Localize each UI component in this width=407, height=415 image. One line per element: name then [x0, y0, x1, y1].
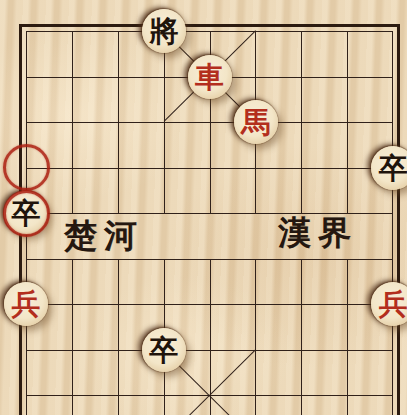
xiangqi-board-screenshot: 楚河 漢界 將車馬卒卒兵兵卒: [0, 0, 407, 415]
board-cell: [210, 168, 256, 214]
move-from-circle: [3, 144, 50, 191]
piece-black-soldier[interactable]: 卒: [371, 146, 407, 190]
board-cell: [347, 31, 393, 77]
board-cell: [164, 168, 210, 214]
board-cell: [255, 304, 301, 350]
board-cell: [118, 395, 164, 415]
board-cell: [210, 304, 256, 350]
board-cell: [72, 259, 118, 305]
board-cell: [72, 168, 118, 214]
piece-red-soldier[interactable]: 兵: [371, 282, 407, 326]
board-cell: [301, 77, 347, 123]
board-cell: [72, 350, 118, 396]
board-cell: [255, 395, 301, 415]
board-cell: [26, 395, 72, 415]
river-label-right: 漢界: [278, 211, 358, 256]
board-cell: [301, 31, 347, 77]
board-cell: [301, 350, 347, 396]
board-cell: [118, 122, 164, 168]
board-cell: [255, 259, 301, 305]
board-cell: [118, 168, 164, 214]
board-cell: [301, 168, 347, 214]
move-to-circle: [3, 190, 50, 237]
board-cell: [301, 122, 347, 168]
board-cell: [164, 395, 210, 415]
board-cell: [210, 259, 256, 305]
board-cell: [255, 31, 301, 77]
board-cell: [118, 77, 164, 123]
board-cell: [164, 122, 210, 168]
board-cell: [255, 350, 301, 396]
board-cell: [26, 350, 72, 396]
board-cell: [347, 77, 393, 123]
board-cell: [72, 31, 118, 77]
board-cell: [72, 77, 118, 123]
river-label-left: 楚河: [64, 214, 144, 259]
board-cell: [72, 122, 118, 168]
board-cell: [118, 259, 164, 305]
board-cell: [164, 259, 210, 305]
board-cell: [301, 304, 347, 350]
board-cell: [210, 395, 256, 415]
board-cell: [210, 213, 256, 259]
board-cell: [255, 168, 301, 214]
board-cell: [347, 395, 393, 415]
piece-black-soldier[interactable]: 卒: [142, 328, 186, 372]
piece-red-chariot[interactable]: 車: [188, 55, 232, 99]
piece-red-horse[interactable]: 馬: [234, 100, 278, 144]
board-cell: [301, 259, 347, 305]
piece-black-general[interactable]: 將: [142, 9, 186, 53]
piece-red-soldier[interactable]: 兵: [4, 282, 48, 326]
board-cell: [164, 213, 210, 259]
board-cell: [26, 77, 72, 123]
board-cell: [72, 395, 118, 415]
board-cell: [72, 304, 118, 350]
board-cell: [347, 350, 393, 396]
board-cell: [26, 31, 72, 77]
board-cell: [301, 395, 347, 415]
